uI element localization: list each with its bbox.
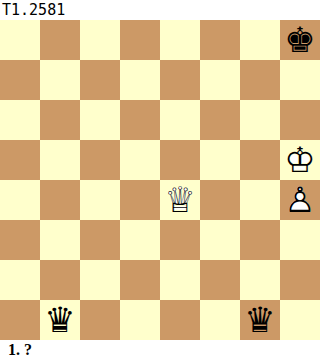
square-c1[interactable] [80, 300, 120, 340]
square-g8[interactable] [240, 20, 280, 60]
square-g3[interactable] [240, 220, 280, 260]
square-c6[interactable] [80, 100, 120, 140]
square-e3[interactable] [160, 220, 200, 260]
piece-white-pawn: ♟♙ [280, 180, 320, 220]
square-c2[interactable] [80, 260, 120, 300]
square-f7[interactable] [200, 60, 240, 100]
square-d3[interactable] [120, 220, 160, 260]
footer-bar: 1. ? [0, 340, 320, 360]
piece-white-king: ♚♔ [280, 140, 320, 180]
square-b8[interactable] [40, 20, 80, 60]
square-e1[interactable] [160, 300, 200, 340]
square-d8[interactable] [120, 20, 160, 60]
square-e5[interactable] [160, 140, 200, 180]
square-a3[interactable] [0, 220, 40, 260]
square-h6[interactable] [280, 100, 320, 140]
piece-black-queen: ♛ [240, 300, 280, 340]
square-a8[interactable] [0, 20, 40, 60]
square-h5[interactable]: ♚♔ [280, 140, 320, 180]
square-b3[interactable] [40, 220, 80, 260]
square-d6[interactable] [120, 100, 160, 140]
square-h4[interactable]: ♟♙ [280, 180, 320, 220]
chess-puzzle-app: T1.2581 ♚♚♔♛♕♟♙♛♛ 1. ? [0, 0, 320, 360]
square-d2[interactable] [120, 260, 160, 300]
square-f8[interactable] [200, 20, 240, 60]
puzzle-id: T1.2581 [0, 0, 65, 20]
square-h8[interactable]: ♚ [280, 20, 320, 60]
square-h2[interactable] [280, 260, 320, 300]
square-e8[interactable] [160, 20, 200, 60]
square-a7[interactable] [0, 60, 40, 100]
square-e4[interactable]: ♛♕ [160, 180, 200, 220]
square-e7[interactable] [160, 60, 200, 100]
square-e6[interactable] [160, 100, 200, 140]
square-d1[interactable] [120, 300, 160, 340]
square-b1[interactable]: ♛ [40, 300, 80, 340]
square-a1[interactable] [0, 300, 40, 340]
square-d4[interactable] [120, 180, 160, 220]
square-f4[interactable] [200, 180, 240, 220]
square-b6[interactable] [40, 100, 80, 140]
square-a6[interactable] [0, 100, 40, 140]
square-g5[interactable] [240, 140, 280, 180]
square-h1[interactable] [280, 300, 320, 340]
square-a5[interactable] [0, 140, 40, 180]
square-f6[interactable] [200, 100, 240, 140]
square-a2[interactable] [0, 260, 40, 300]
header-bar: T1.2581 [0, 0, 320, 20]
piece-white-queen: ♛♕ [160, 180, 200, 220]
square-f5[interactable] [200, 140, 240, 180]
move-prompt: 1. ? [0, 340, 32, 360]
square-f1[interactable] [200, 300, 240, 340]
piece-black-king: ♚ [280, 20, 320, 60]
square-b7[interactable] [40, 60, 80, 100]
board: ♚♚♔♛♕♟♙♛♛ [0, 20, 320, 340]
square-g7[interactable] [240, 60, 280, 100]
square-c7[interactable] [80, 60, 120, 100]
square-c5[interactable] [80, 140, 120, 180]
square-c3[interactable] [80, 220, 120, 260]
square-h7[interactable] [280, 60, 320, 100]
square-b5[interactable] [40, 140, 80, 180]
square-c4[interactable] [80, 180, 120, 220]
square-e2[interactable] [160, 260, 200, 300]
square-g4[interactable] [240, 180, 280, 220]
square-d7[interactable] [120, 60, 160, 100]
square-d5[interactable] [120, 140, 160, 180]
square-g1[interactable]: ♛ [240, 300, 280, 340]
square-f3[interactable] [200, 220, 240, 260]
square-c8[interactable] [80, 20, 120, 60]
square-g2[interactable] [240, 260, 280, 300]
square-b4[interactable] [40, 180, 80, 220]
piece-black-queen: ♛ [40, 300, 80, 340]
square-a4[interactable] [0, 180, 40, 220]
square-g6[interactable] [240, 100, 280, 140]
square-b2[interactable] [40, 260, 80, 300]
square-h3[interactable] [280, 220, 320, 260]
square-f2[interactable] [200, 260, 240, 300]
